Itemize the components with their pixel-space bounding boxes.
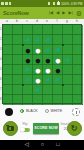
board-cell-b5[interactable] <box>13 65 23 75</box>
radio-black[interactable]: BLACK <box>20 109 38 113</box>
board-cell-c6[interactable]: -2 <box>23 75 33 85</box>
home-icon[interactable]: ○ <box>41 142 44 148</box>
back-icon[interactable]: ◁ <box>24 142 28 148</box>
white-disc: ● <box>43 65 53 75</box>
board-cell-f8[interactable] <box>53 95 63 105</box>
board-cell-g7[interactable] <box>63 85 73 95</box>
battery-icon <box>57 2 61 5</box>
board-cell-e5[interactable]: ● <box>43 65 53 75</box>
board-cell-a6[interactable] <box>3 75 13 85</box>
radio-black-dot-icon <box>20 109 24 113</box>
board-cell-c8[interactable] <box>23 95 33 105</box>
board-cell-a1[interactable] <box>3 25 13 35</box>
app-screen: 100% 4:39 PM ScoreNow |◀ ◀ ▶ ▶| ⚙ abcdef… <box>0 0 84 150</box>
reset-icon: ↻ <box>71 125 78 133</box>
usb-icon <box>48 2 50 5</box>
control-panel: BLACK WHITE Flip SCORE NOW SearchLv: 20 … <box>0 105 84 140</box>
star-point <box>62 44 64 46</box>
star-point <box>62 84 64 86</box>
board-cell-g3[interactable] <box>63 45 73 55</box>
white-disc-icon <box>72 108 80 116</box>
radio-white-label: WHITE <box>51 109 63 113</box>
board-cell-g5[interactable] <box>63 65 73 75</box>
board-cell-b3[interactable] <box>13 45 23 55</box>
board-cell-h1[interactable] <box>73 25 83 35</box>
evaluation-label: +2 <box>43 45 52 54</box>
board-cell-g4[interactable]: +4 <box>63 55 73 65</box>
camera-icon <box>7 126 14 131</box>
settings-gear-icon[interactable]: ⚙ <box>76 10 82 17</box>
black-disc: ● <box>23 55 33 65</box>
board-cell-b8[interactable] <box>13 95 23 105</box>
notification-icon-2 <box>5 2 7 5</box>
board-cell-a4[interactable] <box>3 55 13 65</box>
evaluation-label: +4 <box>53 45 62 54</box>
star-point <box>22 44 24 46</box>
board-cell-b4[interactable] <box>13 55 23 65</box>
board-cell-c5[interactable]: +6 <box>23 65 33 75</box>
board-cell-h3[interactable] <box>73 45 83 55</box>
evaluation-label: +4 <box>43 35 52 44</box>
evaluation-label: +4 <box>33 85 42 94</box>
board-cell-f5[interactable]: ● <box>53 65 63 75</box>
board-cell-c1[interactable] <box>23 25 33 35</box>
board-cell-h4[interactable] <box>73 55 83 65</box>
camera-button[interactable] <box>3 121 18 136</box>
board-cell-e2[interactable]: +4 <box>43 35 53 45</box>
app-bar: ScoreNow |◀ ◀ ▶ ▶| ⚙ <box>0 7 84 19</box>
board-cell-a8[interactable] <box>3 95 13 105</box>
prev-move-button[interactable]: ◀ <box>56 11 59 15</box>
score-now-button[interactable]: SCORE NOW <box>33 123 59 134</box>
white-disc: ● <box>33 75 43 85</box>
board-cell-h5[interactable] <box>73 65 83 75</box>
recents-icon[interactable]: □ <box>56 142 59 148</box>
app-title: ScoreNow <box>3 10 29 16</box>
evaluation-label: +4 <box>63 55 72 64</box>
evaluation-label: -2 <box>23 75 32 84</box>
evaluation-label: +6 <box>23 65 32 74</box>
board-zone: abcdefgh 12345678 +4+2+4●●+2+4●●●●+4+6●●… <box>0 19 84 105</box>
board-cell-b7[interactable] <box>13 85 23 95</box>
evaluation-label: +4 <box>23 35 32 44</box>
board-cell-e7[interactable] <box>43 85 53 95</box>
notification-icon-1 <box>1 2 3 5</box>
status-bar: 100% 4:39 PM <box>0 0 84 7</box>
board-cell-d6[interactable]: ● <box>33 75 43 85</box>
board-cell-f1[interactable] <box>53 25 63 35</box>
next-move-button[interactable]: ▶ <box>62 11 65 15</box>
clock-text: 4:39 PM <box>71 2 83 6</box>
board-cell-e6[interactable]: +4 <box>43 75 53 85</box>
board-cell-g1[interactable] <box>63 25 73 35</box>
board-cell-a5[interactable] <box>3 65 13 75</box>
first-move-button[interactable]: |◀ <box>49 11 53 15</box>
board-cell-g8[interactable] <box>63 95 73 105</box>
board-cell-e1[interactable] <box>43 25 53 35</box>
notification-icon-3 <box>9 2 11 5</box>
board-cell-b1[interactable] <box>13 25 23 35</box>
board-cell-e8[interactable] <box>43 95 53 105</box>
board[interactable]: +4+2+4●●+2+4●●●●+4+6●●●-2●+4+6+4 <box>2 24 82 104</box>
reset-button[interactable]: ↻ <box>67 121 82 136</box>
radio-white-dot-icon <box>45 109 49 113</box>
board-cell-d8[interactable] <box>33 95 43 105</box>
last-move-button[interactable]: ▶| <box>68 11 72 15</box>
flip-toggle[interactable] <box>21 128 30 132</box>
board-cell-h6[interactable] <box>73 75 83 85</box>
black-disc: ● <box>53 65 63 75</box>
board-cell-a3[interactable] <box>3 45 13 55</box>
star-point <box>22 84 24 86</box>
evaluation-label: +4 <box>43 75 52 84</box>
radio-white[interactable]: WHITE <box>45 109 62 113</box>
board-cell-c4[interactable]: ● <box>23 55 33 65</box>
board-cell-h7[interactable] <box>73 85 83 95</box>
board-cell-h2[interactable] <box>73 35 83 45</box>
board-cell-g2[interactable] <box>63 35 73 45</box>
evaluation-label: +2 <box>33 35 42 44</box>
board-cell-h8[interactable] <box>73 95 83 105</box>
board-cell-d1[interactable] <box>33 25 43 35</box>
evaluation-label: +6 <box>53 75 62 84</box>
board-cell-a2[interactable] <box>3 35 13 45</box>
flip-label: Flip <box>19 122 31 126</box>
signal-icon <box>53 2 55 5</box>
radio-black-label: BLACK <box>26 109 38 113</box>
board-cell-f7[interactable] <box>53 85 63 95</box>
board-cell-g6[interactable] <box>63 75 73 85</box>
battery-percent: 100% <box>61 2 69 6</box>
android-nav-bar: ◁ ○ □ <box>0 140 84 150</box>
black-disc-icon <box>5 108 13 116</box>
board-cell-c7[interactable] <box>23 85 33 95</box>
board-cell-a7[interactable] <box>3 85 13 95</box>
board-cell-d7[interactable]: +4 <box>33 85 43 95</box>
